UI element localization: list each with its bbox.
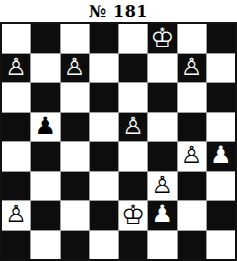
square-c6[interactable]	[61, 83, 89, 112]
square-a2[interactable]: ♙	[2, 201, 30, 230]
white-pawn-icon: ♙	[152, 173, 174, 197]
square-b7[interactable]	[31, 54, 59, 83]
square-d5[interactable]	[90, 113, 118, 142]
chess-diagram: № 181 ♔♙♙♙♟♙♙♟♙♙♔♟	[0, 0, 237, 261]
square-h4[interactable]: ♟	[207, 142, 235, 171]
square-a4[interactable]	[2, 142, 30, 171]
square-h7[interactable]	[207, 54, 235, 83]
square-h5[interactable]	[207, 113, 235, 142]
square-a7[interactable]: ♙	[2, 54, 30, 83]
square-b2[interactable]	[31, 201, 59, 230]
black-pawn-icon: ♙	[122, 114, 144, 138]
square-c3[interactable]	[61, 172, 89, 201]
square-f1[interactable]	[148, 231, 176, 260]
square-f7[interactable]	[148, 54, 176, 83]
square-c1[interactable]	[61, 231, 89, 260]
black-pawn-icon: ♙	[181, 55, 203, 79]
square-e2[interactable]: ♔	[119, 201, 147, 230]
square-e6[interactable]	[119, 83, 147, 112]
square-d1[interactable]	[90, 231, 118, 260]
square-g6[interactable]	[178, 83, 206, 112]
chess-board: ♔♙♙♙♟♙♙♟♙♙♔♟	[0, 22, 237, 261]
square-g8[interactable]	[178, 24, 206, 53]
white-pawn-icon: ♙	[181, 143, 203, 167]
black-pawn-icon: ♙	[5, 55, 27, 79]
square-a8[interactable]	[2, 24, 30, 53]
square-e1[interactable]	[119, 231, 147, 260]
square-a6[interactable]	[2, 83, 30, 112]
square-e7[interactable]	[119, 54, 147, 83]
square-h3[interactable]	[207, 172, 235, 201]
square-e5[interactable]: ♙	[119, 113, 147, 142]
square-d4[interactable]	[90, 142, 118, 171]
square-b6[interactable]	[31, 83, 59, 112]
square-a5[interactable]	[2, 113, 30, 142]
diagram-title: № 181	[0, 0, 237, 22]
black-pawn-icon: ♙	[64, 55, 86, 79]
square-e4[interactable]	[119, 142, 147, 171]
square-a3[interactable]	[2, 172, 30, 201]
square-g7[interactable]: ♙	[178, 54, 206, 83]
square-g1[interactable]	[178, 231, 206, 260]
square-f3[interactable]: ♙	[148, 172, 176, 201]
square-f6[interactable]	[148, 83, 176, 112]
white-pawn-icon: ♟	[152, 202, 174, 226]
black-king-icon: ♔	[150, 24, 174, 51]
square-f4[interactable]	[148, 142, 176, 171]
square-b1[interactable]	[31, 231, 59, 260]
square-g2[interactable]	[178, 201, 206, 230]
white-pawn-icon: ♟	[210, 143, 232, 167]
white-pawn-icon: ♙	[5, 202, 27, 226]
square-a1[interactable]	[2, 231, 30, 260]
square-e8[interactable]	[119, 24, 147, 53]
square-h1[interactable]	[207, 231, 235, 260]
square-b4[interactable]	[31, 142, 59, 171]
square-e3[interactable]	[119, 172, 147, 201]
white-king-icon: ♔	[121, 201, 145, 228]
square-d2[interactable]	[90, 201, 118, 230]
square-c5[interactable]	[61, 113, 89, 142]
square-h8[interactable]	[207, 24, 235, 53]
square-h6[interactable]	[207, 83, 235, 112]
square-c4[interactable]	[61, 142, 89, 171]
square-f8[interactable]: ♔	[148, 24, 176, 53]
square-f5[interactable]	[148, 113, 176, 142]
square-d3[interactable]	[90, 172, 118, 201]
square-f2[interactable]: ♟	[148, 201, 176, 230]
square-b3[interactable]	[31, 172, 59, 201]
square-g4[interactable]: ♙	[178, 142, 206, 171]
square-g5[interactable]	[178, 113, 206, 142]
square-d6[interactable]	[90, 83, 118, 112]
black-pawn-icon: ♟	[35, 114, 57, 138]
square-d7[interactable]	[90, 54, 118, 83]
square-d8[interactable]	[90, 24, 118, 53]
square-h2[interactable]	[207, 201, 235, 230]
square-b8[interactable]	[31, 24, 59, 53]
square-b5[interactable]: ♟	[31, 113, 59, 142]
square-c7[interactable]: ♙	[61, 54, 89, 83]
square-c8[interactable]	[61, 24, 89, 53]
square-g3[interactable]	[178, 172, 206, 201]
square-c2[interactable]	[61, 201, 89, 230]
